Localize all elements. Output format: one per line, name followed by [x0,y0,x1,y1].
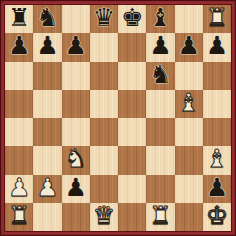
white-queen[interactable]: ♛ [93,203,115,230]
square-d7[interactable] [90,33,118,61]
square-d4[interactable] [90,118,118,146]
square-a7[interactable]: ♟ [5,33,33,61]
square-h4[interactable] [203,118,231,146]
square-b4[interactable] [33,118,61,146]
black-pawn[interactable]: ♟ [206,33,228,60]
square-c6[interactable] [62,62,90,90]
chess-board: ♜♞♛♚♝♜♟♟♟♟♟♟♞♝♞♝♟♟♟♟♜♛♜♚ [5,5,231,231]
board-frame: ♜♞♛♚♝♜♟♟♟♟♟♟♞♝♞♝♟♟♟♟♜♛♜♚ [0,0,236,236]
square-d3[interactable] [90,146,118,174]
square-c1[interactable] [62,203,90,231]
white-rook[interactable]: ♜ [8,203,30,230]
white-bishop[interactable]: ♝ [177,90,199,117]
white-pawn[interactable]: ♟ [8,175,30,202]
square-a5[interactable] [5,90,33,118]
black-pawn[interactable]: ♟ [149,33,171,60]
square-a6[interactable] [5,62,33,90]
square-f6[interactable]: ♞ [146,62,174,90]
square-g5[interactable]: ♝ [175,90,203,118]
square-h6[interactable] [203,62,231,90]
square-g3[interactable] [175,146,203,174]
black-rook[interactable]: ♜ [8,5,30,32]
square-f5[interactable] [146,90,174,118]
square-h7[interactable]: ♟ [203,33,231,61]
square-c4[interactable] [62,118,90,146]
square-e1[interactable] [118,203,146,231]
black-queen[interactable]: ♛ [93,5,115,32]
square-f3[interactable] [146,146,174,174]
black-pawn[interactable]: ♟ [206,175,228,202]
square-c2[interactable]: ♟ [62,175,90,203]
square-f8[interactable]: ♝ [146,5,174,33]
square-h8[interactable]: ♜ [203,5,231,33]
square-e4[interactable] [118,118,146,146]
square-f4[interactable] [146,118,174,146]
square-c5[interactable] [62,90,90,118]
black-pawn[interactable]: ♟ [177,33,199,60]
square-g1[interactable] [175,203,203,231]
black-pawn[interactable]: ♟ [8,33,30,60]
square-e7[interactable] [118,33,146,61]
square-c8[interactable] [62,5,90,33]
square-h5[interactable] [203,90,231,118]
square-e8[interactable]: ♚ [118,5,146,33]
square-b6[interactable] [33,62,61,90]
square-b7[interactable]: ♟ [33,33,61,61]
white-bishop[interactable]: ♝ [206,146,228,173]
square-h1[interactable]: ♚ [203,203,231,231]
square-e5[interactable] [118,90,146,118]
square-a4[interactable] [5,118,33,146]
square-e2[interactable] [118,175,146,203]
white-rook[interactable]: ♜ [149,203,171,230]
square-e6[interactable] [118,62,146,90]
square-b5[interactable] [33,90,61,118]
white-knight[interactable]: ♞ [64,146,86,173]
square-a1[interactable]: ♜ [5,203,33,231]
black-knight[interactable]: ♞ [149,62,171,89]
square-b8[interactable]: ♞ [33,5,61,33]
square-d5[interactable] [90,90,118,118]
black-king[interactable]: ♚ [121,5,143,32]
black-pawn[interactable]: ♟ [64,33,86,60]
black-pawn[interactable]: ♟ [64,175,86,202]
square-d1[interactable]: ♛ [90,203,118,231]
black-pawn[interactable]: ♟ [36,33,58,60]
white-rook[interactable]: ♜ [206,5,228,32]
square-b1[interactable] [33,203,61,231]
white-king[interactable]: ♚ [206,203,228,230]
square-g6[interactable] [175,62,203,90]
square-a8[interactable]: ♜ [5,5,33,33]
white-pawn[interactable]: ♟ [36,175,58,202]
square-g7[interactable]: ♟ [175,33,203,61]
square-g2[interactable] [175,175,203,203]
square-a2[interactable]: ♟ [5,175,33,203]
square-f2[interactable] [146,175,174,203]
square-h2[interactable]: ♟ [203,175,231,203]
square-b2[interactable]: ♟ [33,175,61,203]
square-f1[interactable]: ♜ [146,203,174,231]
square-d6[interactable] [90,62,118,90]
square-b3[interactable] [33,146,61,174]
square-c7[interactable]: ♟ [62,33,90,61]
square-g8[interactable] [175,5,203,33]
square-d2[interactable] [90,175,118,203]
square-a3[interactable] [5,146,33,174]
black-knight[interactable]: ♞ [36,5,58,32]
square-g4[interactable] [175,118,203,146]
square-d8[interactable]: ♛ [90,5,118,33]
square-h3[interactable]: ♝ [203,146,231,174]
square-c3[interactable]: ♞ [62,146,90,174]
square-e3[interactable] [118,146,146,174]
black-bishop[interactable]: ♝ [149,5,171,32]
square-f7[interactable]: ♟ [146,33,174,61]
